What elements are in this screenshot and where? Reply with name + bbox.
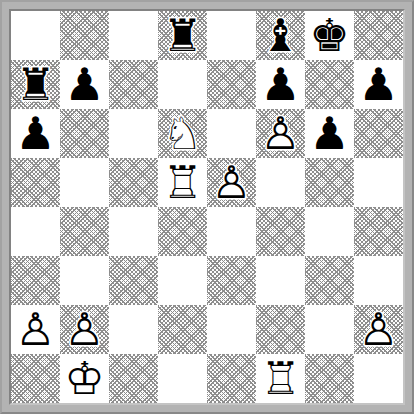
black-bishop-glyph: ♝ (260, 13, 300, 58)
square-g8[interactable]: ♚♚ (305, 11, 354, 60)
black-pawn-glyph: ♟ (358, 62, 398, 107)
square-a4[interactable] (11, 207, 60, 256)
square-c8[interactable] (109, 11, 158, 60)
white-knight-glyph: ♘ (162, 111, 202, 156)
piece-black-pawn: ♟♟ (305, 109, 354, 158)
square-h2[interactable]: ♟♙ (354, 305, 403, 354)
square-e4[interactable] (207, 207, 256, 256)
square-c5[interactable] (109, 158, 158, 207)
square-d7[interactable] (158, 60, 207, 109)
square-g1[interactable] (305, 354, 354, 403)
square-c7[interactable] (109, 60, 158, 109)
square-f8[interactable]: ♝♝ (256, 11, 305, 60)
white-pawn-glyph: ♙ (260, 111, 300, 156)
square-d1[interactable] (158, 354, 207, 403)
square-a5[interactable] (11, 158, 60, 207)
piece-black-pawn: ♟♟ (256, 60, 305, 109)
square-c4[interactable] (109, 207, 158, 256)
chess-board: ♜♜♝♝♚♚♜♜♟♟♟♟♟♟♟♟♞♘♟♙♟♟♜♖♟♙♟♙♟♙♟♙♚♔♜♖ (9, 9, 405, 405)
square-b6[interactable] (60, 109, 109, 158)
black-pawn-glyph: ♟ (309, 111, 349, 156)
piece-white-pawn: ♟♙ (60, 305, 109, 354)
square-a8[interactable] (11, 11, 60, 60)
piece-white-pawn: ♟♙ (256, 109, 305, 158)
square-a2[interactable]: ♟♙ (11, 305, 60, 354)
square-c2[interactable] (109, 305, 158, 354)
piece-black-rook: ♜♜ (158, 11, 207, 60)
white-pawn-glyph: ♙ (64, 307, 104, 352)
square-e7[interactable] (207, 60, 256, 109)
piece-black-rook: ♜♜ (11, 60, 60, 109)
white-pawn-glyph: ♙ (211, 160, 251, 205)
square-a1[interactable] (11, 354, 60, 403)
square-e1[interactable] (207, 354, 256, 403)
square-g3[interactable] (305, 256, 354, 305)
square-h3[interactable] (354, 256, 403, 305)
square-f1[interactable]: ♜♖ (256, 354, 305, 403)
square-c1[interactable] (109, 354, 158, 403)
white-rook-glyph: ♖ (260, 356, 300, 401)
square-g6[interactable]: ♟♟ (305, 109, 354, 158)
piece-white-rook: ♜♖ (256, 354, 305, 403)
square-d4[interactable] (158, 207, 207, 256)
square-a7[interactable]: ♜♜ (11, 60, 60, 109)
square-h1[interactable] (354, 354, 403, 403)
black-rook-glyph: ♜ (162, 13, 202, 58)
square-e2[interactable] (207, 305, 256, 354)
square-e6[interactable] (207, 109, 256, 158)
square-f2[interactable] (256, 305, 305, 354)
square-f4[interactable] (256, 207, 305, 256)
square-f6[interactable]: ♟♙ (256, 109, 305, 158)
square-a6[interactable]: ♟♟ (11, 109, 60, 158)
piece-white-king: ♚♔ (60, 354, 109, 403)
piece-white-knight: ♞♘ (158, 109, 207, 158)
square-b8[interactable] (60, 11, 109, 60)
square-c3[interactable] (109, 256, 158, 305)
piece-white-pawn: ♟♙ (207, 158, 256, 207)
white-pawn-glyph: ♙ (358, 307, 398, 352)
piece-white-rook: ♜♖ (158, 158, 207, 207)
white-pawn-glyph: ♙ (15, 307, 55, 352)
black-rook-glyph: ♜ (15, 62, 55, 107)
black-pawn-glyph: ♟ (260, 62, 300, 107)
piece-black-pawn: ♟♟ (60, 60, 109, 109)
white-king-glyph: ♔ (64, 356, 104, 401)
black-king-glyph: ♚ (309, 13, 349, 58)
square-d2[interactable] (158, 305, 207, 354)
square-f5[interactable] (256, 158, 305, 207)
black-pawn-glyph: ♟ (64, 62, 104, 107)
square-h7[interactable]: ♟♟ (354, 60, 403, 109)
square-d8[interactable]: ♜♜ (158, 11, 207, 60)
square-h6[interactable] (354, 109, 403, 158)
square-e5[interactable]: ♟♙ (207, 158, 256, 207)
square-h4[interactable] (354, 207, 403, 256)
square-b7[interactable]: ♟♟ (60, 60, 109, 109)
square-a3[interactable] (11, 256, 60, 305)
piece-white-pawn: ♟♙ (11, 305, 60, 354)
board-frame: ♜♜♝♝♚♚♜♜♟♟♟♟♟♟♟♟♞♘♟♙♟♟♜♖♟♙♟♙♟♙♟♙♚♔♜♖ (0, 0, 414, 414)
square-c6[interactable] (109, 109, 158, 158)
square-b4[interactable] (60, 207, 109, 256)
square-d6[interactable]: ♞♘ (158, 109, 207, 158)
square-e3[interactable] (207, 256, 256, 305)
white-rook-glyph: ♖ (162, 160, 202, 205)
piece-black-pawn: ♟♟ (354, 60, 403, 109)
square-e8[interactable] (207, 11, 256, 60)
square-f7[interactable]: ♟♟ (256, 60, 305, 109)
square-h5[interactable] (354, 158, 403, 207)
piece-white-pawn: ♟♙ (354, 305, 403, 354)
square-b3[interactable] (60, 256, 109, 305)
piece-black-bishop: ♝♝ (256, 11, 305, 60)
square-b2[interactable]: ♟♙ (60, 305, 109, 354)
square-g2[interactable] (305, 305, 354, 354)
piece-black-king: ♚♚ (305, 11, 354, 60)
square-h8[interactable] (354, 11, 403, 60)
square-d3[interactable] (158, 256, 207, 305)
black-pawn-glyph: ♟ (15, 111, 55, 156)
square-b1[interactable]: ♚♔ (60, 354, 109, 403)
square-f3[interactable] (256, 256, 305, 305)
square-g7[interactable] (305, 60, 354, 109)
square-g5[interactable] (305, 158, 354, 207)
square-g4[interactable] (305, 207, 354, 256)
square-b5[interactable] (60, 158, 109, 207)
square-d5[interactable]: ♜♖ (158, 158, 207, 207)
piece-black-pawn: ♟♟ (11, 109, 60, 158)
